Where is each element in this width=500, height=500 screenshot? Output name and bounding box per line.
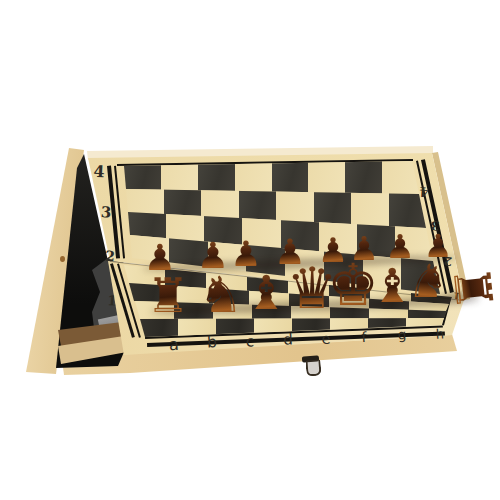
product-photo: 4 3 2 4 3 2 1 1 a b c d e f g h ♟♟♟♟♟♟♟♟… — [0, 0, 500, 500]
file-label-e: e — [321, 331, 331, 346]
board-square — [345, 161, 382, 194]
rank-label-left-1: 1 — [107, 294, 117, 308]
board-row — [124, 161, 419, 194]
chess-piece-bishop-b2: ♝ — [245, 269, 287, 316]
chess-piece-knight-b1: ♞ — [199, 270, 244, 320]
rank-label-left-3: 3 — [100, 205, 111, 221]
rank-label-left-4: 4 — [93, 164, 105, 181]
file-label-d: d — [283, 332, 293, 347]
board-square — [272, 161, 309, 194]
file-label-h: h — [436, 327, 445, 340]
clasp-hook — [305, 359, 321, 376]
board-square — [308, 161, 345, 194]
board-square — [235, 161, 272, 194]
board-square — [351, 189, 389, 228]
wood-knot — [60, 256, 65, 262]
board-square — [198, 161, 235, 194]
board-square — [124, 161, 161, 194]
board-square — [161, 161, 198, 194]
file-label-f: f — [361, 330, 367, 344]
file-label-g: g — [397, 328, 406, 342]
chess-piece-rook-b7: ♜ — [445, 263, 499, 313]
file-label-c: c — [246, 334, 255, 349]
file-label-b: b — [207, 335, 218, 351]
file-label-a: a — [169, 337, 180, 353]
chess-piece-rook-b0: ♜ — [146, 271, 189, 319]
board-square — [314, 189, 352, 228]
rank-label-right-4: 4 — [419, 185, 429, 199]
